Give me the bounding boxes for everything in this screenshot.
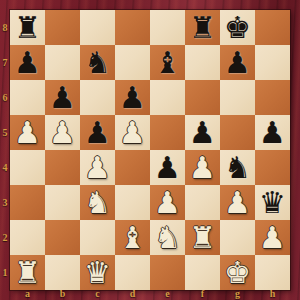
square-a6[interactable] (10, 80, 45, 115)
square-g3[interactable]: ♟ (220, 185, 255, 220)
square-g7[interactable]: ♟ (220, 45, 255, 80)
piece-black-pawn[interactable]: ♟ (115, 80, 150, 115)
file-label-g: g (220, 288, 255, 300)
square-d8[interactable] (115, 10, 150, 45)
square-a1[interactable]: ♜ (10, 255, 45, 290)
square-f2[interactable]: ♜ (185, 220, 220, 255)
rank-label-6: 6 (0, 80, 10, 115)
square-b1[interactable] (45, 255, 80, 290)
piece-white-king[interactable]: ♚ (220, 255, 255, 290)
square-d1[interactable] (115, 255, 150, 290)
piece-white-pawn[interactable]: ♟ (150, 185, 185, 220)
piece-black-rook[interactable]: ♜ (10, 10, 45, 45)
rank-label-4: 4 (0, 150, 10, 185)
piece-white-knight[interactable]: ♞ (150, 220, 185, 255)
square-e1[interactable] (150, 255, 185, 290)
square-h8[interactable] (255, 10, 290, 45)
square-e7[interactable]: ♝ (150, 45, 185, 80)
piece-black-rook[interactable]: ♜ (185, 10, 220, 45)
square-g8[interactable]: ♚ (220, 10, 255, 45)
square-c3[interactable]: ♞ (80, 185, 115, 220)
piece-black-king[interactable]: ♚ (220, 10, 255, 45)
square-f1[interactable] (185, 255, 220, 290)
rank-label-3: 3 (0, 185, 10, 220)
square-e4[interactable]: ♟ (150, 150, 185, 185)
square-a4[interactable] (10, 150, 45, 185)
square-h2[interactable]: ♟ (255, 220, 290, 255)
square-h4[interactable] (255, 150, 290, 185)
piece-white-rook[interactable]: ♜ (185, 220, 220, 255)
piece-black-knight[interactable]: ♞ (220, 150, 255, 185)
piece-black-queen[interactable]: ♛ (255, 185, 290, 220)
square-c8[interactable] (80, 10, 115, 45)
square-h1[interactable] (255, 255, 290, 290)
square-g4[interactable]: ♞ (220, 150, 255, 185)
file-label-d: d (115, 288, 150, 300)
file-label-f: f (185, 288, 220, 300)
square-f5[interactable]: ♟ (185, 115, 220, 150)
square-g5[interactable] (220, 115, 255, 150)
piece-white-pawn[interactable]: ♟ (255, 220, 290, 255)
file-label-h: h (255, 288, 290, 300)
piece-white-pawn[interactable]: ♟ (45, 115, 80, 150)
square-e6[interactable] (150, 80, 185, 115)
piece-black-pawn[interactable]: ♟ (150, 150, 185, 185)
square-f6[interactable] (185, 80, 220, 115)
square-h3[interactable]: ♛ (255, 185, 290, 220)
square-a5[interactable]: ♟ (10, 115, 45, 150)
square-f3[interactable] (185, 185, 220, 220)
square-c2[interactable] (80, 220, 115, 255)
chess-board-frame: ♜♜♚♟♞♝♟♟♟♟♟♟♟♟♟♟♟♟♞♞♟♟♛♝♞♜♟♜♛♚ 87654321a… (0, 0, 300, 300)
square-b6[interactable]: ♟ (45, 80, 80, 115)
piece-white-knight[interactable]: ♞ (80, 185, 115, 220)
piece-white-pawn[interactable]: ♟ (115, 115, 150, 150)
square-b4[interactable] (45, 150, 80, 185)
square-g1[interactable]: ♚ (220, 255, 255, 290)
rank-label-5: 5 (0, 115, 10, 150)
piece-black-knight[interactable]: ♞ (80, 45, 115, 80)
rank-label-7: 7 (0, 45, 10, 80)
square-e5[interactable] (150, 115, 185, 150)
piece-white-queen[interactable]: ♛ (80, 255, 115, 290)
square-h7[interactable] (255, 45, 290, 80)
piece-black-pawn[interactable]: ♟ (220, 45, 255, 80)
rank-label-8: 8 (0, 10, 10, 45)
piece-black-bishop[interactable]: ♝ (150, 45, 185, 80)
piece-black-pawn[interactable]: ♟ (10, 45, 45, 80)
piece-black-pawn[interactable]: ♟ (185, 115, 220, 150)
square-a8[interactable]: ♜ (10, 10, 45, 45)
file-label-a: a (10, 288, 45, 300)
piece-white-bishop[interactable]: ♝ (115, 220, 150, 255)
square-a3[interactable] (10, 185, 45, 220)
piece-white-pawn[interactable]: ♟ (185, 150, 220, 185)
square-b8[interactable] (45, 10, 80, 45)
square-b3[interactable] (45, 185, 80, 220)
square-h5[interactable]: ♟ (255, 115, 290, 150)
piece-white-pawn[interactable]: ♟ (10, 115, 45, 150)
square-f7[interactable] (185, 45, 220, 80)
file-label-c: c (80, 288, 115, 300)
square-b5[interactable]: ♟ (45, 115, 80, 150)
chess-board: ♜♜♚♟♞♝♟♟♟♟♟♟♟♟♟♟♟♟♞♞♟♟♛♝♞♜♟♜♛♚ (10, 10, 290, 290)
square-e3[interactable]: ♟ (150, 185, 185, 220)
square-a7[interactable]: ♟ (10, 45, 45, 80)
square-c1[interactable]: ♛ (80, 255, 115, 290)
square-g2[interactable] (220, 220, 255, 255)
square-d7[interactable] (115, 45, 150, 80)
piece-black-pawn[interactable]: ♟ (255, 115, 290, 150)
file-label-e: e (150, 288, 185, 300)
file-label-b: b (45, 288, 80, 300)
piece-black-pawn[interactable]: ♟ (45, 80, 80, 115)
square-e2[interactable]: ♞ (150, 220, 185, 255)
piece-white-pawn[interactable]: ♟ (80, 150, 115, 185)
square-a2[interactable] (10, 220, 45, 255)
square-c7[interactable]: ♞ (80, 45, 115, 80)
square-b2[interactable] (45, 220, 80, 255)
square-b7[interactable] (45, 45, 80, 80)
rank-label-2: 2 (0, 220, 10, 255)
square-f4[interactable]: ♟ (185, 150, 220, 185)
square-d2[interactable]: ♝ (115, 220, 150, 255)
square-c5[interactable]: ♟ (80, 115, 115, 150)
square-e8[interactable] (150, 10, 185, 45)
square-d5[interactable]: ♟ (115, 115, 150, 150)
square-d4[interactable] (115, 150, 150, 185)
square-d6[interactable]: ♟ (115, 80, 150, 115)
piece-white-rook[interactable]: ♜ (10, 255, 45, 290)
rank-label-1: 1 (0, 255, 10, 290)
piece-white-pawn[interactable]: ♟ (220, 185, 255, 220)
square-c4[interactable]: ♟ (80, 150, 115, 185)
square-c6[interactable] (80, 80, 115, 115)
square-f8[interactable]: ♜ (185, 10, 220, 45)
piece-black-pawn[interactable]: ♟ (80, 115, 115, 150)
square-h6[interactable] (255, 80, 290, 115)
square-d3[interactable] (115, 185, 150, 220)
square-g6[interactable] (220, 80, 255, 115)
